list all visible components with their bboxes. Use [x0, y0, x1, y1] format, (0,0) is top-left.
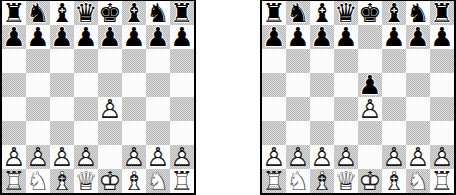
black-pawn: ♟	[122, 25, 146, 49]
square-c5[interactable]	[310, 73, 334, 97]
square-g5[interactable]	[146, 73, 170, 97]
black-pawn: ♟	[286, 25, 310, 49]
left-chessboard: ♜♞♝♛♚♝♞♜♟♟♟♟♟♟♟♟♙♙♙♙♙♙♙♙♖♘♗♕♔♗♘♖	[0, 0, 196, 195]
black-pawn: ♟	[262, 25, 286, 49]
black-pawn: ♟	[50, 25, 74, 49]
square-c1[interactable]: ♗	[310, 169, 334, 193]
square-g6[interactable]	[146, 49, 170, 73]
square-b5[interactable]	[26, 73, 50, 97]
square-b4[interactable]	[286, 97, 310, 121]
square-e3[interactable]	[98, 121, 122, 145]
square-e8[interactable]: ♚	[358, 1, 382, 25]
square-h6[interactable]	[170, 49, 194, 73]
square-f7[interactable]: ♟	[122, 25, 146, 49]
square-g7[interactable]: ♟	[406, 25, 430, 49]
square-e1[interactable]: ♔	[98, 169, 122, 193]
white-knight: ♘	[406, 169, 430, 193]
square-e7[interactable]	[358, 25, 382, 49]
square-g5[interactable]	[406, 73, 430, 97]
square-f5[interactable]	[382, 73, 406, 97]
square-f6[interactable]	[122, 49, 146, 73]
black-pawn: ♟	[382, 25, 406, 49]
square-b7[interactable]: ♟	[286, 25, 310, 49]
square-b1[interactable]: ♘	[286, 169, 310, 193]
square-b1[interactable]: ♘	[26, 169, 50, 193]
white-bishop: ♗	[310, 169, 334, 193]
white-rook: ♖	[262, 169, 286, 193]
black-pawn: ♟	[406, 25, 430, 49]
square-a5[interactable]	[262, 73, 286, 97]
square-h1[interactable]: ♖	[170, 169, 194, 193]
white-rook: ♖	[170, 169, 194, 193]
square-a4[interactable]	[2, 97, 26, 121]
white-bishop: ♗	[382, 169, 406, 193]
square-d5[interactable]	[74, 73, 98, 97]
white-king: ♔	[98, 169, 122, 193]
square-a5[interactable]	[2, 73, 26, 97]
square-b6[interactable]	[26, 49, 50, 73]
square-b4[interactable]	[26, 97, 50, 121]
white-king: ♔	[358, 169, 382, 193]
square-e3[interactable]	[358, 121, 382, 145]
square-a6[interactable]	[2, 49, 26, 73]
square-a7[interactable]: ♟	[262, 25, 286, 49]
square-c6[interactable]	[310, 49, 334, 73]
square-c1[interactable]: ♗	[50, 169, 74, 193]
white-queen: ♕	[334, 169, 358, 193]
square-a6[interactable]	[262, 49, 286, 73]
square-b6[interactable]	[286, 49, 310, 73]
square-d6[interactable]	[74, 49, 98, 73]
square-c6[interactable]	[50, 49, 74, 73]
white-rook: ♖	[2, 169, 26, 193]
white-queen: ♕	[74, 169, 98, 193]
black-pawn: ♟	[146, 25, 170, 49]
white-knight: ♘	[26, 169, 50, 193]
square-c5[interactable]	[50, 73, 74, 97]
white-bishop: ♗	[122, 169, 146, 193]
square-c4[interactable]	[50, 97, 74, 121]
white-rook: ♖	[430, 169, 454, 193]
square-c7[interactable]: ♟	[310, 25, 334, 49]
square-h4[interactable]	[170, 97, 194, 121]
square-e7[interactable]: ♟	[98, 25, 122, 49]
square-b5[interactable]	[286, 73, 310, 97]
black-pawn: ♟	[170, 25, 194, 49]
square-h7[interactable]: ♟	[170, 25, 194, 49]
square-g6[interactable]	[406, 49, 430, 73]
square-f5[interactable]	[122, 73, 146, 97]
white-bishop: ♗	[50, 169, 74, 193]
square-d1[interactable]: ♕	[74, 169, 98, 193]
square-d4[interactable]	[74, 97, 98, 121]
square-f1[interactable]: ♗	[382, 169, 406, 193]
square-f4[interactable]	[122, 97, 146, 121]
square-d1[interactable]: ♕	[334, 169, 358, 193]
square-d6[interactable]	[334, 49, 358, 73]
square-h5[interactable]	[430, 73, 454, 97]
square-g1[interactable]: ♘	[146, 169, 170, 193]
black-pawn: ♟	[2, 25, 26, 49]
square-g4[interactable]	[146, 97, 170, 121]
white-knight: ♘	[286, 169, 310, 193]
square-f4[interactable]	[382, 97, 406, 121]
black-pawn: ♟	[334, 25, 358, 49]
square-d5[interactable]	[334, 73, 358, 97]
square-a7[interactable]: ♟	[2, 25, 26, 49]
white-pawn: ♙	[358, 97, 382, 121]
square-c7[interactable]: ♟	[50, 25, 74, 49]
page-background: ♜♞♝♛♚♝♞♜♟♟♟♟♟♟♟♟♙♙♙♙♙♙♙♙♖♘♗♕♔♗♘♖ ♜♞♝♛♚♝♞…	[0, 0, 456, 195]
square-h4[interactable]	[430, 97, 454, 121]
square-c4[interactable]	[310, 97, 334, 121]
black-king: ♚	[358, 1, 382, 25]
square-g1[interactable]: ♘	[406, 169, 430, 193]
square-b7[interactable]: ♟	[26, 25, 50, 49]
square-h7[interactable]: ♟	[430, 25, 454, 49]
square-a1[interactable]: ♖	[262, 169, 286, 193]
square-h5[interactable]	[170, 73, 194, 97]
square-a4[interactable]	[262, 97, 286, 121]
black-pawn: ♟	[74, 25, 98, 49]
square-e1[interactable]: ♔	[358, 169, 382, 193]
white-knight: ♘	[146, 169, 170, 193]
square-f1[interactable]: ♗	[122, 169, 146, 193]
square-e4[interactable]: ♙	[98, 97, 122, 121]
square-h6[interactable]	[430, 49, 454, 73]
square-g4[interactable]	[406, 97, 430, 121]
black-pawn: ♟	[98, 25, 122, 49]
square-a1[interactable]: ♖	[2, 169, 26, 193]
square-d7[interactable]: ♟	[334, 25, 358, 49]
black-pawn: ♟	[26, 25, 50, 49]
square-e6[interactable]	[98, 49, 122, 73]
right-chessboard: ♜♞♝♛♚♝♞♜♟♟♟♟♟♟♟♟♙♙♙♙♙♙♙♙♖♘♗♕♔♗♘♖	[260, 0, 456, 195]
square-d7[interactable]: ♟	[74, 25, 98, 49]
black-pawn: ♟	[430, 25, 454, 49]
square-h1[interactable]: ♖	[430, 169, 454, 193]
square-e4[interactable]: ♙	[358, 97, 382, 121]
white-pawn: ♙	[98, 97, 122, 121]
square-d4[interactable]	[334, 97, 358, 121]
black-pawn: ♟	[310, 25, 334, 49]
square-f7[interactable]: ♟	[382, 25, 406, 49]
square-f6[interactable]	[382, 49, 406, 73]
square-g7[interactable]: ♟	[146, 25, 170, 49]
